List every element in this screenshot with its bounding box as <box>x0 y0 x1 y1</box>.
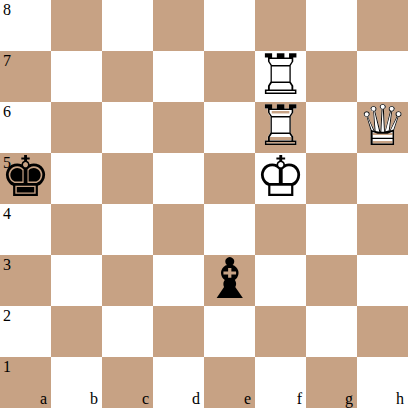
square-c2[interactable] <box>102 306 153 357</box>
square-f5[interactable]: ♚♔ <box>255 153 306 204</box>
square-f3[interactable] <box>255 255 306 306</box>
square-f4[interactable] <box>255 204 306 255</box>
square-g8[interactable] <box>306 0 357 51</box>
square-a2[interactable]: 2 <box>0 306 51 357</box>
square-c6[interactable] <box>102 102 153 153</box>
square-b4[interactable] <box>51 204 102 255</box>
square-h4[interactable] <box>357 204 408 255</box>
square-b5[interactable] <box>51 153 102 204</box>
file-label-c: c <box>142 391 149 407</box>
square-g6[interactable] <box>306 102 357 153</box>
square-b3[interactable] <box>51 255 102 306</box>
square-d6[interactable] <box>153 102 204 153</box>
file-label-f: f <box>297 391 302 407</box>
rank-label-6: 6 <box>3 104 11 120</box>
square-g7[interactable] <box>306 51 357 102</box>
square-c1[interactable]: c <box>102 357 153 408</box>
rank-label-7: 7 <box>3 53 11 69</box>
square-c8[interactable] <box>102 0 153 51</box>
rank-label-4: 4 <box>3 206 11 222</box>
square-h8[interactable] <box>357 0 408 51</box>
square-a8[interactable]: 8 <box>0 0 51 51</box>
file-label-e: e <box>244 391 251 407</box>
square-a3[interactable]: 3 <box>0 255 51 306</box>
square-e6[interactable] <box>204 102 255 153</box>
square-d5[interactable] <box>153 153 204 204</box>
chess-diagram: 87♜♖6♜♖♛♕5♚♚♔43♝21abcdefgh <box>0 0 408 408</box>
square-c5[interactable] <box>102 153 153 204</box>
square-b8[interactable] <box>51 0 102 51</box>
square-a1[interactable]: 1a <box>0 357 51 408</box>
file-label-b: b <box>90 391 98 407</box>
square-f1[interactable]: f <box>255 357 306 408</box>
file-label-g: g <box>345 391 353 407</box>
rank-label-1: 1 <box>3 359 11 375</box>
file-label-d: d <box>192 391 200 407</box>
square-g5[interactable] <box>306 153 357 204</box>
square-g1[interactable]: g <box>306 357 357 408</box>
square-b7[interactable] <box>51 51 102 102</box>
square-d4[interactable] <box>153 204 204 255</box>
square-d7[interactable] <box>153 51 204 102</box>
square-d8[interactable] <box>153 0 204 51</box>
square-h6[interactable]: ♛♕ <box>357 102 408 153</box>
square-e1[interactable]: e <box>204 357 255 408</box>
piece-white-queen[interactable]: ♕ <box>357 102 408 153</box>
square-b1[interactable]: b <box>51 357 102 408</box>
square-e8[interactable] <box>204 0 255 51</box>
rank-label-8: 8 <box>3 2 11 18</box>
rank-label-2: 2 <box>3 308 11 324</box>
square-c7[interactable] <box>102 51 153 102</box>
piece-black-bishop[interactable]: ♝ <box>204 255 255 306</box>
square-f2[interactable] <box>255 306 306 357</box>
square-h1[interactable]: h <box>357 357 408 408</box>
square-a4[interactable]: 4 <box>0 204 51 255</box>
square-a5[interactable]: 5♚ <box>0 153 51 204</box>
square-d2[interactable] <box>153 306 204 357</box>
square-g2[interactable] <box>306 306 357 357</box>
piece-black-king[interactable]: ♚ <box>0 153 51 204</box>
square-e5[interactable] <box>204 153 255 204</box>
square-e7[interactable] <box>204 51 255 102</box>
square-g3[interactable] <box>306 255 357 306</box>
square-h5[interactable] <box>357 153 408 204</box>
square-b6[interactable] <box>51 102 102 153</box>
piece-white-king[interactable]: ♔ <box>255 153 306 204</box>
square-d1[interactable]: d <box>153 357 204 408</box>
chess-board: 87♜♖6♜♖♛♕5♚♚♔43♝21abcdefgh <box>0 0 408 408</box>
square-h2[interactable] <box>357 306 408 357</box>
square-g4[interactable] <box>306 204 357 255</box>
square-h3[interactable] <box>357 255 408 306</box>
file-label-a: a <box>40 391 47 407</box>
square-c3[interactable] <box>102 255 153 306</box>
square-e2[interactable] <box>204 306 255 357</box>
square-c4[interactable] <box>102 204 153 255</box>
square-b2[interactable] <box>51 306 102 357</box>
rank-label-3: 3 <box>3 257 11 273</box>
file-label-h: h <box>396 391 404 407</box>
square-e3[interactable]: ♝ <box>204 255 255 306</box>
square-a7[interactable]: 7 <box>0 51 51 102</box>
square-d3[interactable] <box>153 255 204 306</box>
